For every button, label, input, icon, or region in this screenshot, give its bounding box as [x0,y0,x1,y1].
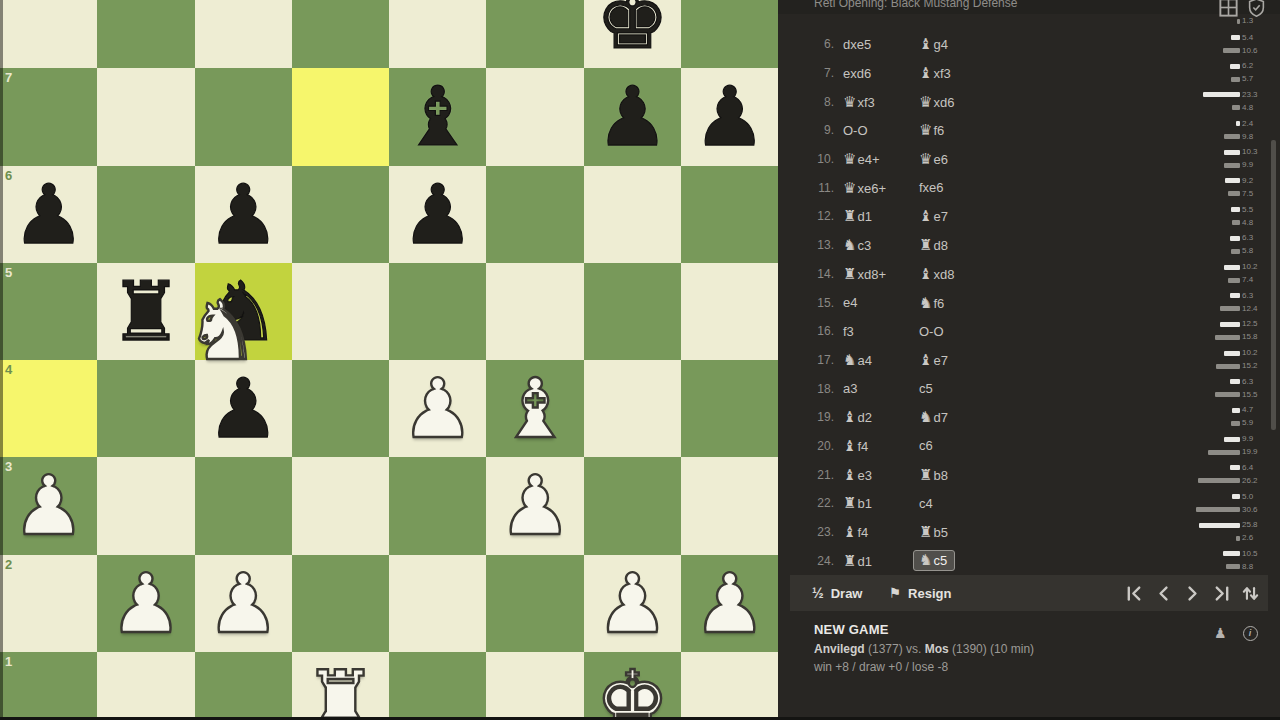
white-move[interactable]: O-O [843,123,919,138]
move-times: 6.426.2 [1192,461,1264,487]
black-move[interactable]: ♛xd6 [919,93,1029,111]
white-move[interactable]: dxe5 [843,37,919,52]
square-e8[interactable] [389,0,486,68]
time-value: 10.3 [1242,148,1264,156]
action-bar: ½ Draw ⚑ Resign [790,575,1268,611]
time-bar [1224,351,1240,356]
figurine-icon: ♞ [843,236,856,254]
opening-header-bar: Réti Opening: Black Mustang Defense [778,0,1280,14]
square-f4[interactable]: ♝ [486,360,583,457]
time-value: 15.8 [1242,333,1264,341]
square-h3[interactable] [681,457,778,554]
square-c1[interactable] [195,652,292,720]
figurine-icon: ♝ [919,351,932,369]
white-player-rating: (1377) [868,642,903,656]
figurine-icon: ♝ [843,523,856,541]
time-value: 6.3 [1242,234,1264,242]
move-times: 6.35.8 [1192,232,1264,258]
black-move[interactable]: O-O [919,324,1029,339]
square-e2[interactable] [389,555,486,652]
square-c8[interactable] [195,0,292,68]
time-bar [1230,236,1240,241]
move-number: 12. [778,209,834,223]
black-player-rating: (1390) [952,642,987,656]
time-bar [1226,564,1240,569]
square-g1[interactable]: ♚ [584,652,681,720]
white-move[interactable]: ♞a4 [843,351,919,369]
time-bar [1224,437,1240,442]
figurine-icon: ♜ [843,265,856,283]
white-pawn-e4[interactable]: ♟ [389,360,486,457]
square-c3[interactable] [195,457,292,554]
draw-button[interactable]: ½ Draw [812,585,862,601]
square-h6[interactable] [681,166,778,263]
move-number: 20. [778,439,834,453]
move-times: 6.312.4 [1192,289,1264,315]
square-e5[interactable] [389,263,486,360]
figurine-icon: ♝ [919,64,932,82]
move-row-10: 10.♛e4+♛e610.39.9 [778,145,1280,174]
time-value: 5.4 [1242,34,1264,42]
square-f7[interactable] [486,68,583,165]
time-bar [1237,19,1240,24]
time-value: 12.5 [1242,320,1264,328]
move-row-23: 23.♝f4♜b525.82.6 [778,518,1280,547]
vs-label: vs. [906,642,921,656]
square-b2[interactable]: ♟ [97,555,194,652]
square-d6[interactable] [292,166,389,263]
square-h8[interactable] [681,0,778,68]
time-bar [1231,249,1240,254]
time-bar [1215,392,1240,397]
animating-white-knight[interactable]: ♞ [174,282,271,379]
white-pawn-a3[interactable]: ♟ [0,457,97,554]
resign-flag-icon: ⚑ [888,585,901,601]
move-number: 18. [778,382,834,396]
time-value: 25.8 [1242,521,1264,529]
square-g4[interactable] [584,360,681,457]
black-move[interactable]: ♞d7 [919,408,1029,426]
square-f8[interactable] [486,0,583,68]
time-bar [1232,105,1240,110]
time-value: 10.2 [1242,349,1264,357]
time-bar [1223,48,1240,53]
figurine-icon: ♜ [843,494,856,512]
black-move[interactable]: ♜b5 [919,523,1029,541]
new-game-icons: ♟ i [1214,625,1258,641]
white-move[interactable]: a3 [843,381,919,396]
rank-label-4: 4 [5,363,12,376]
move-times: 10.27.4 [1192,261,1264,287]
white-move[interactable]: ♛xe6+ [843,179,919,197]
previous-move-time: 1.3 [1237,15,1264,27]
time-bar [1231,421,1240,426]
white-move[interactable]: ♜xd8+ [843,265,919,283]
black-pawn-g7[interactable]: ♟ [584,68,681,165]
square-d5[interactable] [292,263,389,360]
time-bar [1216,364,1240,369]
move-number: 22. [778,496,834,510]
figurine-icon: ♜ [919,466,932,484]
move-times: 25.82.6 [1192,519,1264,545]
square-a5[interactable]: 5 [0,263,97,360]
time-value: 6.2 [1242,62,1264,70]
time-value: 1.3 [1242,17,1264,25]
black-move[interactable]: ♛f6 [919,121,1029,139]
square-a2[interactable]: 2 [0,555,97,652]
square-e6[interactable]: ♟ [389,166,486,263]
sidebar-panel: Réti Opening: Black Mustang Defense 1.3 … [778,0,1280,720]
move-row-11: 11.♛xe6+fxe69.27.5 [778,173,1280,202]
time-bar [1231,35,1240,40]
white-pawn-b2[interactable]: ♟ [97,555,194,652]
black-move[interactable]: ♞c5 [919,550,1029,571]
time-value: 26.2 [1242,477,1264,485]
white-move[interactable]: ♝e3 [843,466,919,484]
rank-label-5: 5 [5,266,12,279]
info-icon[interactable]: i [1243,626,1258,641]
square-c6[interactable]: ♟ [195,166,292,263]
black-move[interactable]: c6 [919,438,1029,453]
move-number: 13. [778,238,834,252]
chess-app-screen: 8♚7♝♟♟6♟♟♟5♜♞4♟♟♝3♟♟2♟♟♟♟1♜♚ ♞ Réti Open… [0,0,1280,720]
time-bar [1198,478,1240,483]
black-king-g8[interactable]: ♚ [584,0,681,68]
time-value: 2.4 [1242,120,1264,128]
time-value: 5.0 [1242,493,1264,501]
figurine-icon: ♝ [843,466,856,484]
move-number: 19. [778,410,834,424]
figurine-icon: ♝ [843,437,856,455]
move-times: 10.215.2 [1192,347,1264,373]
move-list: 6.dxe5♝g45.410.67.exd6♝xf36.25.78.♛xf3♛x… [778,30,1280,575]
square-a8[interactable]: 8 [0,0,97,68]
white-move[interactable]: ♛xf3 [843,93,919,111]
move-number: 24. [778,554,834,568]
square-f1[interactable] [486,652,583,720]
figurine-icon: ♝ [919,35,932,53]
figurine-icon: ♛ [919,121,932,139]
black-move[interactable]: ♜b8 [919,466,1029,484]
figurine-icon: ♛ [919,150,932,168]
time-bar [1220,306,1240,311]
square-h4[interactable] [681,360,778,457]
move-row-6: 6.dxe5♝g45.410.6 [778,30,1280,59]
time-value: 19.9 [1242,448,1264,456]
time-value: 5.7 [1242,75,1264,83]
move-row-19: 19.♝d2♞d74.75.9 [778,403,1280,432]
move-times: 2.49.8 [1192,117,1264,143]
time-value: 10.2 [1242,263,1264,271]
move-times: 10.39.9 [1192,146,1264,172]
white-pawn-c2[interactable]: ♟ [195,555,292,652]
move-row-24: 24.♜d1♞c510.58.8 [778,546,1280,575]
square-h1[interactable] [681,652,778,720]
move-times: 4.75.9 [1192,404,1264,430]
white-pawn-f3[interactable]: ♟ [486,457,583,554]
white-rook-d1[interactable]: ♜ [292,652,389,720]
time-bar [1231,77,1240,82]
white-player-name[interactable]: Anvilegd [814,642,865,656]
square-d1[interactable]: ♜ [292,652,389,720]
white-move[interactable]: ♞c3 [843,236,919,254]
black-move[interactable]: fxe6 [919,180,1029,195]
rank-label-2: 2 [5,558,12,571]
white-move[interactable]: ♝f4 [843,437,919,455]
pawn-icon[interactable]: ♟ [1214,625,1227,641]
rating-odds-line: win +8 / draw +0 / lose -8 [814,660,1034,674]
move-number: 7. [778,66,834,80]
time-value: 6.3 [1242,292,1264,300]
move-number: 17. [778,353,834,367]
white-move[interactable]: e4 [843,295,919,310]
square-a1[interactable]: 1 [0,652,97,720]
figurine-icon: ♛ [843,179,856,197]
time-value: 4.8 [1242,219,1264,227]
white-pawn-g2[interactable]: ♟ [584,555,681,652]
move-row-21: 21.♝e3♜b86.426.2 [778,460,1280,489]
move-row-13: 13.♞c3♜d86.35.8 [778,231,1280,260]
square-g8[interactable]: ♚ [584,0,681,68]
figurine-icon: ♞ [919,408,932,426]
black-move[interactable]: ♝g4 [919,35,1029,53]
black-move[interactable]: c5 [919,381,1029,396]
white-pawn-h2[interactable]: ♟ [681,555,778,652]
time-value: 10.5 [1242,550,1264,558]
square-h5[interactable] [681,263,778,360]
time-bar [1208,450,1240,455]
move-times: 5.54.8 [1192,203,1264,229]
move-times: 10.58.8 [1192,547,1264,573]
white-move[interactable]: ♝f4 [843,523,919,541]
square-g6[interactable] [584,166,681,263]
time-value: 9.2 [1242,177,1264,185]
black-move[interactable]: ♛e6 [919,150,1029,168]
figurine-icon: ♜ [843,552,856,570]
time-bar [1230,465,1240,470]
black-move[interactable]: ♝e7 [919,207,1029,225]
black-move[interactable]: ♝xd8 [919,265,1029,283]
move-times: 9.919.9 [1192,433,1264,459]
time-value: 30.6 [1242,506,1264,514]
time-bar [1236,536,1240,541]
time-value: 6.3 [1242,378,1264,386]
white-bishop-f4[interactable]: ♝ [486,360,583,457]
white-move[interactable]: ♜b1 [843,494,919,512]
time-control: (10 min) [990,642,1034,656]
move-list-scrollbar[interactable] [1271,140,1276,430]
square-b1[interactable] [97,652,194,720]
square-b6[interactable] [97,166,194,263]
next-move-button[interactable] [1183,584,1202,603]
square-b7[interactable] [97,68,194,165]
move-row-15: 15.e4♞f66.312.4 [778,288,1280,317]
move-number: 8. [778,95,834,109]
square-h7[interactable]: ♟ [681,68,778,165]
time-bar [1230,293,1240,298]
time-bar [1232,494,1240,499]
move-times: 5.410.6 [1192,31,1264,57]
analysis-board-icon[interactable] [1219,0,1238,17]
move-row-12: 12.♜d1♝e75.54.8 [778,202,1280,231]
black-move[interactable]: ♝xf3 [919,64,1029,82]
time-bar [1232,408,1240,413]
square-c2[interactable]: ♟ [195,555,292,652]
figurine-icon: ♞ [919,551,932,569]
square-a3[interactable]: 3♟ [0,457,97,554]
time-value: 9.9 [1242,435,1264,443]
square-g7[interactable]: ♟ [584,68,681,165]
time-bar [1215,335,1240,340]
move-row-20: 20.♝f4c69.919.9 [778,432,1280,461]
move-row-7: 7.exd6♝xf36.25.7 [778,59,1280,88]
time-bar [1224,134,1240,139]
move-row-22: 22.♜b1c45.030.6 [778,489,1280,518]
white-move[interactable]: ♛e4+ [843,150,919,168]
move-times: 12.515.8 [1192,318,1264,344]
time-bar [1224,265,1240,270]
time-bar [1223,551,1240,556]
time-bar [1230,64,1240,69]
black-move[interactable]: c4 [919,496,1029,511]
black-move[interactable]: ♞f6 [919,294,1029,312]
board-left-edge [0,0,3,717]
square-a6[interactable]: 6♟ [0,166,97,263]
resign-label: Resign [908,586,951,601]
square-e3[interactable] [389,457,486,554]
square-d8[interactable] [292,0,389,68]
square-b8[interactable] [97,0,194,68]
new-game-block: NEW GAME Anvilegd (1377) vs. Mos (1390) … [814,622,1034,674]
time-value: 6.4 [1242,464,1264,472]
move-number: 10. [778,152,834,166]
time-bar [1232,220,1240,225]
square-d4[interactable] [292,360,389,457]
time-value: 9.9 [1242,161,1264,169]
time-bar [1224,163,1240,168]
move-navigation [1125,575,1260,611]
move-number: 6. [778,37,834,51]
white-king-g1[interactable]: ♚ [584,652,681,720]
move-times: 23.34.8 [1192,88,1264,114]
move-number: 9. [778,123,834,137]
figurine-icon: ♜ [919,523,932,541]
black-pawn-h7[interactable]: ♟ [681,68,778,165]
half-point-icon: ½ [812,585,824,601]
black-player-name[interactable]: Mos [925,642,949,656]
time-bar [1228,191,1240,196]
first-move-button[interactable] [1125,584,1144,603]
draw-label: Draw [831,586,863,601]
time-value: 7.4 [1242,276,1264,284]
black-move[interactable]: ♝e7 [919,351,1029,369]
time-bar [1236,121,1240,126]
square-f2[interactable] [486,555,583,652]
time-value: 4.7 [1242,406,1264,414]
time-bar [1220,322,1240,327]
square-d2[interactable] [292,555,389,652]
square-e1[interactable] [389,652,486,720]
white-move[interactable]: f3 [843,324,919,339]
square-g2[interactable]: ♟ [584,555,681,652]
white-move[interactable]: exd6 [843,66,919,81]
move-row-18: 18.a3c56.315.5 [778,374,1280,403]
black-move[interactable]: ♜d8 [919,236,1029,254]
square-f3[interactable]: ♟ [486,457,583,554]
black-pawn-a6[interactable]: ♟ [0,166,97,263]
move-row-8: 8.♛xf3♛xd623.34.8 [778,87,1280,116]
move-number: 11. [778,181,834,195]
time-value: 8.8 [1242,563,1264,571]
time-value: 5.5 [1242,206,1264,214]
flip-board-icon[interactable] [1241,584,1260,603]
black-pawn-c6[interactable]: ♟ [195,166,292,263]
move-number: 14. [778,267,834,281]
move-times: 5.030.6 [1192,490,1264,516]
square-b3[interactable] [97,457,194,554]
move-number: 21. [778,468,834,482]
figurine-icon: ♝ [843,408,856,426]
square-f6[interactable] [486,166,583,263]
time-bar [1230,379,1240,384]
figurine-icon: ♛ [843,150,856,168]
move-times: 9.27.5 [1192,174,1264,200]
black-pawn-e6[interactable]: ♟ [389,166,486,263]
chess-board[interactable]: 8♚7♝♟♟6♟♟♟5♜♞4♟♟♝3♟♟2♟♟♟♟1♜♚ [0,0,779,720]
square-g3[interactable] [584,457,681,554]
move-row-17: 17.♞a4♝e710.215.2 [778,346,1280,375]
white-move[interactable]: ♜d1 [843,207,919,225]
move-times: 6.315.5 [1192,375,1264,401]
move-number: 16. [778,324,834,338]
square-d7[interactable] [292,68,389,165]
black-bishop-e7[interactable]: ♝ [389,68,486,165]
white-move[interactable]: ♝d2 [843,408,919,426]
square-f5[interactable] [486,263,583,360]
figurine-icon: ♞ [919,294,932,312]
previous-move-button[interactable] [1154,584,1173,603]
square-a4[interactable]: 4 [0,360,97,457]
time-bar [1203,92,1240,97]
square-e7[interactable]: ♝ [389,68,486,165]
figurine-icon: ♝ [919,265,932,283]
square-h2[interactable]: ♟ [681,555,778,652]
time-value: 12.4 [1242,305,1264,313]
last-move-button[interactable] [1212,584,1231,603]
rank-label-7: 7 [5,71,12,84]
players-line: Anvilegd (1377) vs. Mos (1390) (10 min) [814,642,1034,656]
time-bar [1225,178,1240,183]
time-value: 15.5 [1242,391,1264,399]
figurine-icon: ♛ [919,93,932,111]
opening-name: Réti Opening: Black Mustang Defense [814,0,1017,10]
time-value: 9.8 [1242,133,1264,141]
time-bar [1199,523,1240,528]
square-e4[interactable]: ♟ [389,360,486,457]
time-bar [1231,207,1240,212]
white-move[interactable]: ♜d1 [843,552,919,570]
time-value: 5.9 [1242,419,1264,427]
time-value: 2.6 [1242,534,1264,542]
move-row-14: 14.♜xd8+♝xd810.27.4 [778,260,1280,289]
square-g5[interactable] [584,263,681,360]
resign-button[interactable]: ⚑ Resign [888,585,951,601]
square-c7[interactable] [195,68,292,165]
time-bar [1224,150,1240,155]
figurine-icon: ♝ [919,207,932,225]
square-a7[interactable]: 7 [0,68,97,165]
square-d3[interactable] [292,457,389,554]
